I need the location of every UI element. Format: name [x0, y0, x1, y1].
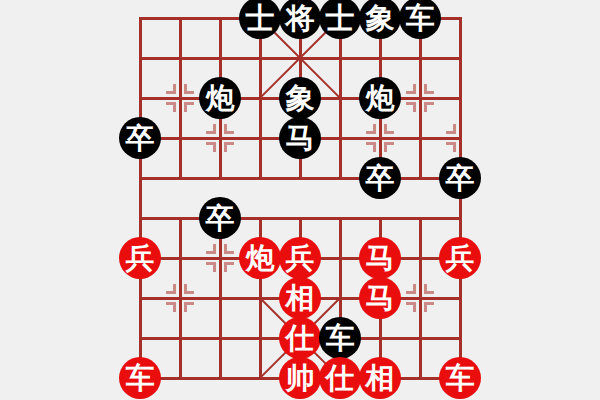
- star-point: [224, 124, 234, 134]
- piece-black-soldier[interactable]: 卒: [199, 197, 241, 239]
- piece-black-chariot[interactable]: 车: [399, 0, 441, 39]
- grid-line: [179, 17, 182, 180]
- star-point: [446, 142, 456, 152]
- star-point: [224, 262, 234, 272]
- piece-red-chariot[interactable]: 车: [119, 357, 161, 399]
- piece-red-elephant[interactable]: 相: [279, 277, 321, 319]
- star-point: [184, 302, 194, 312]
- piece-black-soldier[interactable]: 卒: [119, 117, 161, 159]
- piece-black-horse[interactable]: 马: [279, 117, 321, 159]
- piece-red-cannon[interactable]: 炮: [239, 237, 281, 279]
- star-point: [206, 262, 216, 272]
- xiangqi-screen: 士将士象车炮象炮卒马卒卒卒兵炮兵马兵相马仕车车帅仕相车: [0, 0, 600, 400]
- star-point: [224, 244, 234, 254]
- star-point: [406, 302, 416, 312]
- piece-red-general[interactable]: 帅: [279, 357, 321, 399]
- piece-black-elephant[interactable]: 象: [279, 77, 321, 119]
- grid-line: [219, 217, 222, 380]
- star-point: [366, 124, 376, 134]
- piece-black-advisor[interactable]: 士: [319, 0, 361, 39]
- piece-black-soldier[interactable]: 卒: [439, 157, 481, 199]
- grid-line: [179, 217, 182, 380]
- piece-red-horse[interactable]: 马: [359, 237, 401, 279]
- piece-black-cannon[interactable]: 炮: [359, 77, 401, 119]
- piece-red-chariot[interactable]: 车: [439, 357, 481, 399]
- piece-black-soldier[interactable]: 卒: [359, 157, 401, 199]
- piece-red-horse[interactable]: 马: [359, 277, 401, 319]
- star-point: [184, 284, 194, 294]
- piece-black-chariot[interactable]: 车: [319, 317, 361, 359]
- piece-red-soldier[interactable]: 兵: [279, 237, 321, 279]
- star-point: [206, 124, 216, 134]
- star-point: [166, 102, 176, 112]
- piece-red-advisor[interactable]: 仕: [279, 317, 321, 359]
- star-point: [224, 142, 234, 152]
- piece-red-advisor[interactable]: 仕: [319, 357, 361, 399]
- star-point: [206, 244, 216, 254]
- star-point: [384, 124, 394, 134]
- piece-black-cannon[interactable]: 炮: [199, 77, 241, 119]
- grid-line: [419, 17, 422, 180]
- star-point: [406, 102, 416, 112]
- star-point: [166, 284, 176, 294]
- xiangqi-board[interactable]: 士将士象车炮象炮卒马卒卒卒兵炮兵马兵相马仕车车帅仕相车: [0, 0, 600, 400]
- star-point: [166, 302, 176, 312]
- star-point: [446, 124, 456, 134]
- star-point: [366, 142, 376, 152]
- star-point: [166, 84, 176, 94]
- star-point: [206, 142, 216, 152]
- star-point: [424, 284, 434, 294]
- star-point: [184, 84, 194, 94]
- star-point: [406, 284, 416, 294]
- piece-black-elephant[interactable]: 象: [359, 0, 401, 39]
- star-point: [424, 84, 434, 94]
- grid-line: [419, 217, 422, 380]
- grid-line: [139, 17, 142, 380]
- piece-red-soldier[interactable]: 兵: [439, 237, 481, 279]
- piece-red-elephant[interactable]: 相: [359, 357, 401, 399]
- star-point: [424, 102, 434, 112]
- piece-black-general[interactable]: 将: [279, 0, 321, 39]
- star-point: [384, 142, 394, 152]
- star-point: [184, 102, 194, 112]
- star-point: [424, 302, 434, 312]
- piece-red-soldier[interactable]: 兵: [119, 237, 161, 279]
- star-point: [406, 84, 416, 94]
